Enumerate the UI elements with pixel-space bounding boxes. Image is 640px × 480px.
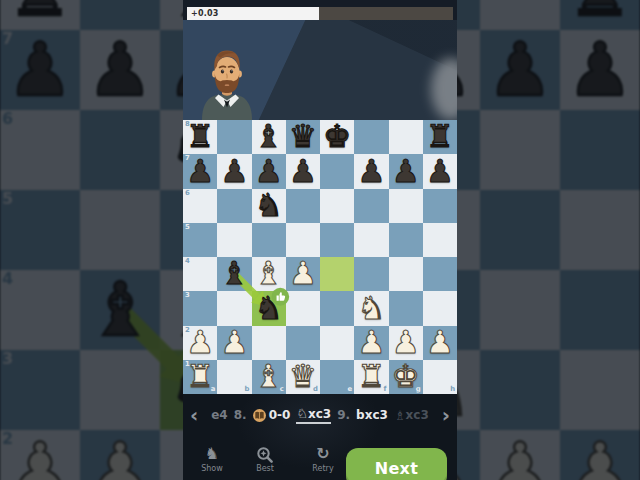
evaluation-bar: +0.03 bbox=[187, 7, 453, 20]
toolbar: ♞ Show Best ↻ Retry bbox=[183, 440, 457, 480]
square-c8[interactable]: ♝ bbox=[252, 120, 286, 154]
square-b3[interactable] bbox=[217, 291, 251, 325]
piece-white-bishop-c4: ♝ bbox=[255, 258, 283, 290]
piece-black-king-e8: ♚ bbox=[323, 121, 351, 153]
chess-board: ♜8♝♛♚♜♟7♟♟♟♟♟♟6♞54♝♝♟3♞♞♟2♟♟♟♟♜1ab♝c♛de♜… bbox=[183, 120, 457, 394]
square-a6[interactable]: 6 bbox=[183, 189, 217, 223]
piece-white-pawn-f2: ♟ bbox=[357, 327, 385, 359]
square-f2[interactable]: ♟ bbox=[354, 326, 388, 360]
magnifier-star-icon bbox=[242, 445, 288, 463]
square-d1[interactable]: ♛d bbox=[286, 360, 320, 394]
retry-button[interactable]: ↻ Retry bbox=[300, 445, 346, 473]
next-button-label: Next bbox=[375, 459, 418, 478]
piece-white-knight-f3: ♞ bbox=[357, 293, 385, 325]
piece-black-knight-c3: ♞ bbox=[255, 293, 283, 325]
piece-black-rook-h8: ♜ bbox=[426, 121, 454, 153]
piece-black-bishop-c8: ♝ bbox=[255, 121, 283, 153]
next-button[interactable]: Next bbox=[346, 448, 447, 480]
square-f3[interactable]: ♞ bbox=[354, 291, 388, 325]
square-b6[interactable] bbox=[217, 189, 251, 223]
lower-panel: ‹ e48.0-0♘xc39.bxc3♗xc3 › ♞ Show bbox=[183, 394, 457, 480]
square-g2[interactable]: ♟ bbox=[389, 326, 423, 360]
move-bxc3[interactable]: bxc3 bbox=[356, 408, 388, 422]
retry-icon: ↻ bbox=[300, 445, 346, 463]
square-a2[interactable]: ♟2 bbox=[183, 326, 217, 360]
square-a5[interactable]: 5 bbox=[183, 223, 217, 257]
move-piece-glyph: ♗ bbox=[394, 409, 406, 422]
retry-button-label: Retry bbox=[300, 464, 346, 473]
square-a4[interactable]: 4 bbox=[183, 257, 217, 291]
rank-label-4: 4 bbox=[185, 258, 190, 265]
file-label-e: e bbox=[348, 386, 353, 393]
square-e7[interactable] bbox=[320, 154, 354, 188]
book-move-icon bbox=[253, 409, 266, 422]
piece-white-pawn-h2: ♟ bbox=[426, 327, 454, 359]
knight-icon: ♞ bbox=[189, 445, 235, 463]
square-f8[interactable] bbox=[354, 120, 388, 154]
square-f7[interactable]: ♟ bbox=[354, 154, 388, 188]
square-a1[interactable]: ♜1a bbox=[183, 360, 217, 394]
coach-avatar-area bbox=[183, 20, 457, 120]
square-d7[interactable]: ♟ bbox=[286, 154, 320, 188]
square-h1[interactable]: h bbox=[423, 360, 457, 394]
square-c3[interactable]: ♞ bbox=[252, 291, 286, 325]
square-c7[interactable]: ♟ bbox=[252, 154, 286, 188]
coach-avatar bbox=[197, 36, 257, 120]
square-b5[interactable] bbox=[217, 223, 251, 257]
screenshot-root: ♜8♝♛♚♜♟7♟♟♟♟♟♟6♞54♝♝♟3♞♞♟2♟♟♟♟♜1ab♝c♛de♜… bbox=[0, 0, 640, 480]
piece-white-king-g1: ♚ bbox=[392, 361, 420, 393]
square-b2[interactable]: ♟ bbox=[217, 326, 251, 360]
piece-black-bishop-b4: ♝ bbox=[220, 258, 248, 290]
square-g3[interactable] bbox=[389, 291, 423, 325]
move-piece-glyph: ♘ bbox=[296, 407, 308, 420]
piece-white-rook-a1: ♜ bbox=[186, 361, 214, 393]
piece-white-pawn-d4: ♟ bbox=[289, 258, 317, 290]
square-c2[interactable] bbox=[252, 326, 286, 360]
square-g4[interactable] bbox=[389, 257, 423, 291]
square-e4[interactable] bbox=[320, 257, 354, 291]
piece-black-pawn-g7: ♟ bbox=[392, 156, 420, 188]
square-g6[interactable] bbox=[389, 189, 423, 223]
square-d6[interactable] bbox=[286, 189, 320, 223]
square-h7[interactable]: ♟ bbox=[423, 154, 457, 188]
square-b8[interactable] bbox=[217, 120, 251, 154]
square-g5[interactable] bbox=[389, 223, 423, 257]
piece-black-pawn-h7: ♟ bbox=[426, 156, 454, 188]
rank-label-3: 3 bbox=[185, 292, 190, 299]
top-strip: +0.03 bbox=[183, 0, 457, 20]
piece-white-pawn-g2: ♟ bbox=[392, 327, 420, 359]
square-g1[interactable]: ♚g bbox=[389, 360, 423, 394]
square-c5[interactable] bbox=[252, 223, 286, 257]
file-label-h: h bbox=[450, 386, 455, 393]
square-b4[interactable]: ♝ bbox=[217, 257, 251, 291]
evaluation-bar-white-side: +0.03 bbox=[187, 7, 319, 20]
evaluation-value: +0.03 bbox=[187, 9, 218, 18]
square-f1[interactable]: ♜f bbox=[354, 360, 388, 394]
square-a7[interactable]: ♟7 bbox=[183, 154, 217, 188]
show-button[interactable]: ♞ Show bbox=[189, 445, 235, 473]
square-e8[interactable]: ♚ bbox=[320, 120, 354, 154]
square-d8[interactable]: ♛ bbox=[286, 120, 320, 154]
square-e2[interactable] bbox=[320, 326, 354, 360]
square-a3[interactable]: 3 bbox=[183, 291, 217, 325]
file-label-b: b bbox=[245, 386, 250, 393]
square-b7[interactable]: ♟ bbox=[217, 154, 251, 188]
piece-black-knight-c6: ♞ bbox=[255, 190, 283, 222]
move-e4[interactable]: e4 bbox=[211, 408, 228, 422]
square-e6[interactable] bbox=[320, 189, 354, 223]
square-h3[interactable] bbox=[423, 291, 457, 325]
square-h5[interactable] bbox=[423, 223, 457, 257]
square-b1[interactable]: b bbox=[217, 360, 251, 394]
piece-white-bishop-c1: ♝ bbox=[255, 361, 283, 393]
square-h8[interactable]: ♜ bbox=[423, 120, 457, 154]
square-f5[interactable] bbox=[354, 223, 388, 257]
rank-label-6: 6 bbox=[185, 190, 190, 197]
square-c1[interactable]: ♝c bbox=[252, 360, 286, 394]
square-d5[interactable] bbox=[286, 223, 320, 257]
square-c6[interactable]: ♞ bbox=[252, 189, 286, 223]
prev-move-button[interactable]: ‹ bbox=[188, 405, 200, 425]
show-button-label: Show bbox=[189, 464, 235, 473]
square-g7[interactable]: ♟ bbox=[389, 154, 423, 188]
square-d3[interactable] bbox=[286, 291, 320, 325]
square-f4[interactable] bbox=[354, 257, 388, 291]
square-d2[interactable] bbox=[286, 326, 320, 360]
piece-black-pawn-d7: ♟ bbox=[289, 156, 317, 188]
piece-black-pawn-c7: ♟ bbox=[255, 156, 283, 188]
piece-white-queen-d1: ♛ bbox=[289, 361, 317, 393]
square-f6[interactable] bbox=[354, 189, 388, 223]
square-g8[interactable] bbox=[389, 120, 423, 154]
square-c4[interactable]: ♝ bbox=[252, 257, 286, 291]
next-move-button[interactable]: › bbox=[440, 405, 452, 425]
move-bar: ‹ e48.0-0♘xc39.bxc3♗xc3 › bbox=[188, 400, 452, 430]
piece-white-pawn-a2: ♟ bbox=[186, 327, 214, 359]
square-h6[interactable] bbox=[423, 189, 457, 223]
move-num-8[interactable]: 8. bbox=[234, 408, 247, 422]
square-e5[interactable] bbox=[320, 223, 354, 257]
piece-black-pawn-b7: ♟ bbox=[220, 156, 248, 188]
square-a8[interactable]: ♜8 bbox=[183, 120, 217, 154]
move-num-9[interactable]: 9. bbox=[337, 408, 350, 422]
piece-black-pawn-f7: ♟ bbox=[357, 156, 385, 188]
square-e1[interactable]: e bbox=[320, 360, 354, 394]
move-bishop-xc3[interactable]: ♗xc3 bbox=[394, 408, 429, 422]
square-h4[interactable] bbox=[423, 257, 457, 291]
best-button-label: Best bbox=[242, 464, 288, 473]
piece-black-rook-a8: ♜ bbox=[186, 121, 214, 153]
piece-black-pawn-a7: ♟ bbox=[186, 156, 214, 188]
square-h2[interactable]: ♟ bbox=[423, 326, 457, 360]
move-list: e48.0-0♘xc39.bxc3♗xc3 bbox=[200, 407, 440, 424]
move-castle[interactable]: 0-0 bbox=[253, 408, 291, 422]
piece-black-queen-d8: ♛ bbox=[289, 121, 317, 153]
move-nxc3[interactable]: ♘xc3 bbox=[296, 407, 331, 424]
square-d4[interactable]: ♟ bbox=[286, 257, 320, 291]
piece-white-rook-f1: ♜ bbox=[357, 361, 385, 393]
rank-label-5: 5 bbox=[185, 224, 190, 231]
best-button[interactable]: Best bbox=[242, 445, 288, 473]
video-column: +0.03 bbox=[183, 0, 457, 480]
square-e3[interactable] bbox=[320, 291, 354, 325]
piece-white-pawn-b2: ♟ bbox=[220, 327, 248, 359]
